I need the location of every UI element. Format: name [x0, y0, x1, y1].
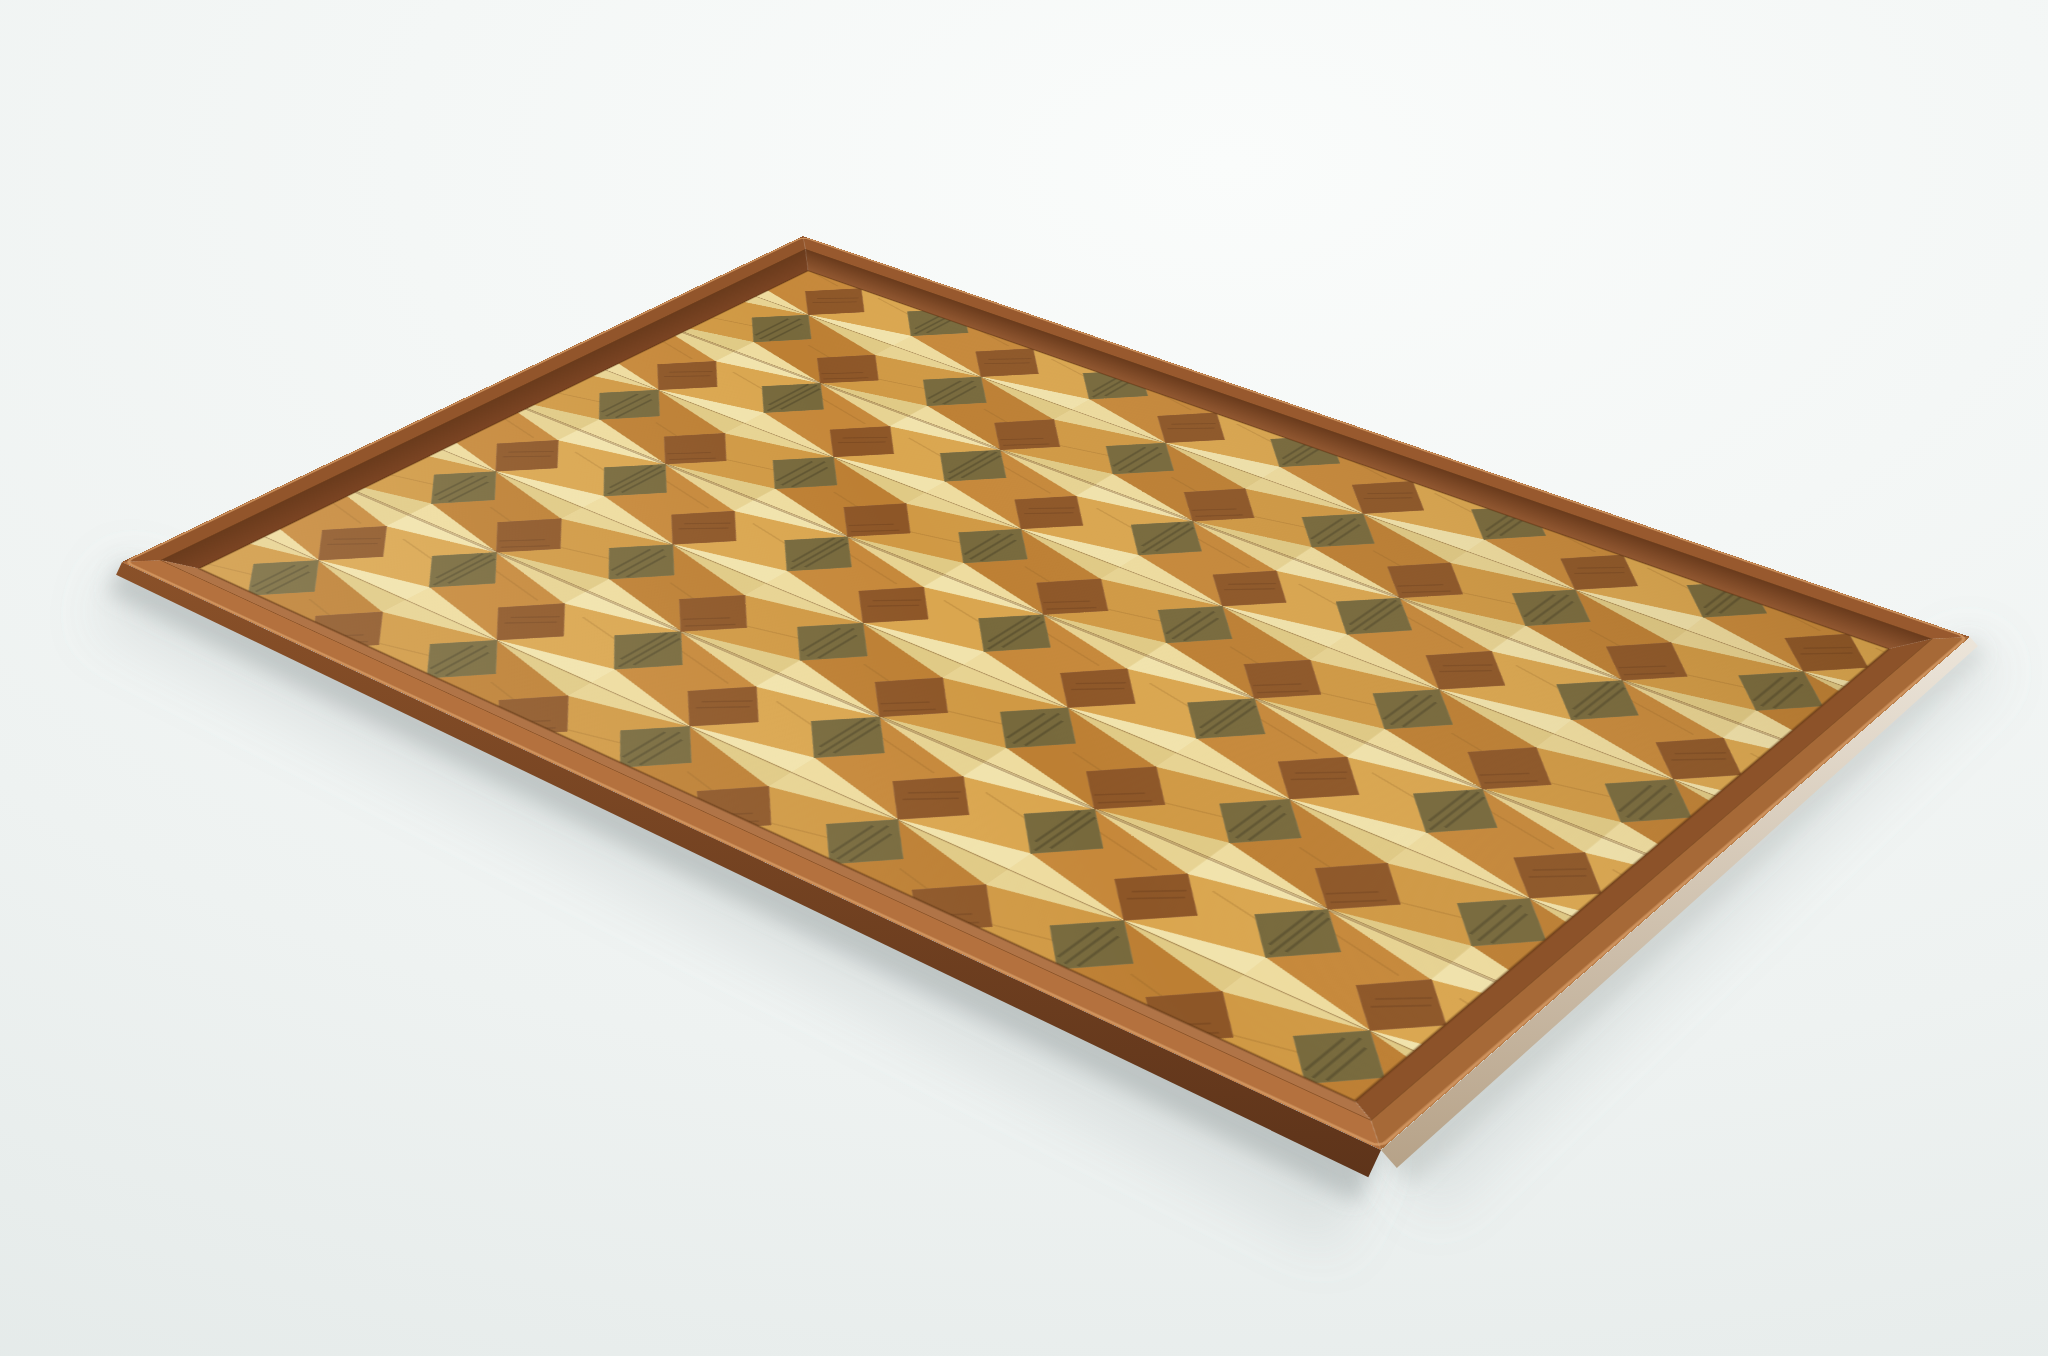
photo-stage: [0, 0, 2048, 1356]
